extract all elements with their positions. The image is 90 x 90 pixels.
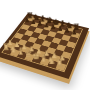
square-g6 [61,35,70,42]
chess-set-photo: ♜♞♝♛♚♝♞♜♟♟♟♟♟♟♟♟♟♟♟♟♟♟♟♟♜♞♝♛♚♝♞♜ [0,0,90,90]
board-frame: ♜♞♝♛♚♝♞♜♟♟♟♟♟♟♟♟♟♟♟♟♟♟♟♟♜♞♝♛♚♝♞♜ [0,13,89,79]
board-3d: ♜♞♝♛♚♝♞♜♟♟♟♟♟♟♟♟♟♟♟♟♟♟♟♟♜♞♝♛♚♝♞♜ [0,13,89,79]
square-h1: ♜ [55,62,66,71]
square-h6 [68,36,77,43]
scene: ♜♞♝♛♚♝♞♜♟♟♟♟♟♟♟♟♟♟♟♟♟♟♟♟♜♞♝♛♚♝♞♜ [0,0,90,90]
